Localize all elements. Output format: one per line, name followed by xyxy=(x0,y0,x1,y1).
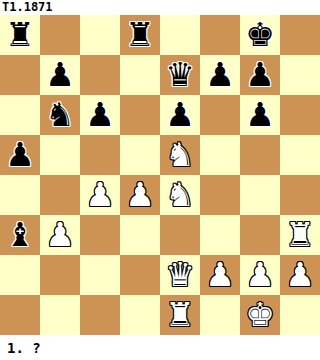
white-pawn: ♟ xyxy=(45,218,75,251)
square-d8[interactable]: ♜ xyxy=(120,15,160,55)
square-c6[interactable]: ♟ xyxy=(80,95,120,135)
square-b1[interactable] xyxy=(40,295,80,335)
square-e1[interactable]: ♜ xyxy=(160,295,200,335)
square-h1[interactable] xyxy=(280,295,320,335)
black-knight: ♞ xyxy=(45,98,75,131)
square-e8[interactable] xyxy=(160,15,200,55)
move-prompt: 1. ? xyxy=(0,340,320,356)
square-b5[interactable] xyxy=(40,135,80,175)
square-f6[interactable] xyxy=(200,95,240,135)
black-bishop: ♝ xyxy=(5,218,35,251)
square-b6[interactable]: ♞ xyxy=(40,95,80,135)
square-g6[interactable]: ♟ xyxy=(240,95,280,135)
white-rook: ♜ xyxy=(165,298,195,331)
square-f8[interactable] xyxy=(200,15,240,55)
square-d5[interactable] xyxy=(120,135,160,175)
white-pawn: ♟ xyxy=(285,258,315,291)
square-d4[interactable]: ♟ xyxy=(120,175,160,215)
square-h3[interactable]: ♜ xyxy=(280,215,320,255)
black-pawn: ♟ xyxy=(45,58,75,91)
square-e6[interactable]: ♟ xyxy=(160,95,200,135)
square-b2[interactable] xyxy=(40,255,80,295)
square-f5[interactable] xyxy=(200,135,240,175)
square-g7[interactable]: ♟ xyxy=(240,55,280,95)
black-pawn: ♟ xyxy=(165,98,195,131)
square-h5[interactable] xyxy=(280,135,320,175)
square-a2[interactable] xyxy=(0,255,40,295)
square-g4[interactable] xyxy=(240,175,280,215)
square-e7[interactable]: ♛ xyxy=(160,55,200,95)
white-pawn: ♟ xyxy=(205,258,235,291)
square-b8[interactable] xyxy=(40,15,80,55)
square-a4[interactable] xyxy=(0,175,40,215)
square-d1[interactable] xyxy=(120,295,160,335)
white-king: ♚ xyxy=(245,298,275,331)
square-d6[interactable] xyxy=(120,95,160,135)
square-f3[interactable] xyxy=(200,215,240,255)
square-c8[interactable] xyxy=(80,15,120,55)
square-c3[interactable] xyxy=(80,215,120,255)
square-h2[interactable]: ♟ xyxy=(280,255,320,295)
square-a1[interactable] xyxy=(0,295,40,335)
black-pawn: ♟ xyxy=(5,138,35,171)
square-g2[interactable]: ♟ xyxy=(240,255,280,295)
square-a3[interactable]: ♝ xyxy=(0,215,40,255)
square-h8[interactable] xyxy=(280,15,320,55)
square-e5[interactable]: ♞ xyxy=(160,135,200,175)
square-f2[interactable]: ♟ xyxy=(200,255,240,295)
square-f1[interactable] xyxy=(200,295,240,335)
black-pawn: ♟ xyxy=(245,58,275,91)
square-h4[interactable] xyxy=(280,175,320,215)
square-e2[interactable]: ♛ xyxy=(160,255,200,295)
square-e4[interactable]: ♞ xyxy=(160,175,200,215)
square-a7[interactable] xyxy=(0,55,40,95)
white-queen: ♛ xyxy=(165,258,195,291)
square-h7[interactable] xyxy=(280,55,320,95)
square-c7[interactable] xyxy=(80,55,120,95)
square-b7[interactable]: ♟ xyxy=(40,55,80,95)
square-g1[interactable]: ♚ xyxy=(240,295,280,335)
square-h6[interactable] xyxy=(280,95,320,135)
white-rook: ♜ xyxy=(285,218,315,251)
white-pawn: ♟ xyxy=(85,178,115,211)
square-c2[interactable] xyxy=(80,255,120,295)
square-d7[interactable] xyxy=(120,55,160,95)
black-pawn: ♟ xyxy=(205,58,235,91)
square-g5[interactable] xyxy=(240,135,280,175)
white-pawn: ♟ xyxy=(245,258,275,291)
square-a8[interactable]: ♜ xyxy=(0,15,40,55)
square-a6[interactable] xyxy=(0,95,40,135)
black-pawn: ♟ xyxy=(245,98,275,131)
square-b4[interactable] xyxy=(40,175,80,215)
square-c1[interactable] xyxy=(80,295,120,335)
black-rook: ♜ xyxy=(125,18,155,51)
square-e3[interactable] xyxy=(160,215,200,255)
white-pawn: ♟ xyxy=(125,178,155,211)
square-c5[interactable] xyxy=(80,135,120,175)
white-knight: ♞ xyxy=(165,138,195,171)
square-b3[interactable]: ♟ xyxy=(40,215,80,255)
square-d2[interactable] xyxy=(120,255,160,295)
square-f7[interactable]: ♟ xyxy=(200,55,240,95)
square-g3[interactable] xyxy=(240,215,280,255)
black-rook: ♜ xyxy=(5,18,35,51)
square-d3[interactable] xyxy=(120,215,160,255)
white-knight: ♞ xyxy=(165,178,195,211)
chess-board: ♜♜♚♟♛♟♟♞♟♟♟♟♞♟♟♞♝♟♜♛♟♟♟♜♚ xyxy=(0,15,320,335)
black-queen: ♛ xyxy=(165,58,195,91)
square-g8[interactable]: ♚ xyxy=(240,15,280,55)
black-king: ♚ xyxy=(245,18,275,51)
puzzle-id: T1.1871 xyxy=(0,0,320,15)
square-f4[interactable] xyxy=(200,175,240,215)
black-pawn: ♟ xyxy=(85,98,115,131)
square-a5[interactable]: ♟ xyxy=(0,135,40,175)
square-c4[interactable]: ♟ xyxy=(80,175,120,215)
